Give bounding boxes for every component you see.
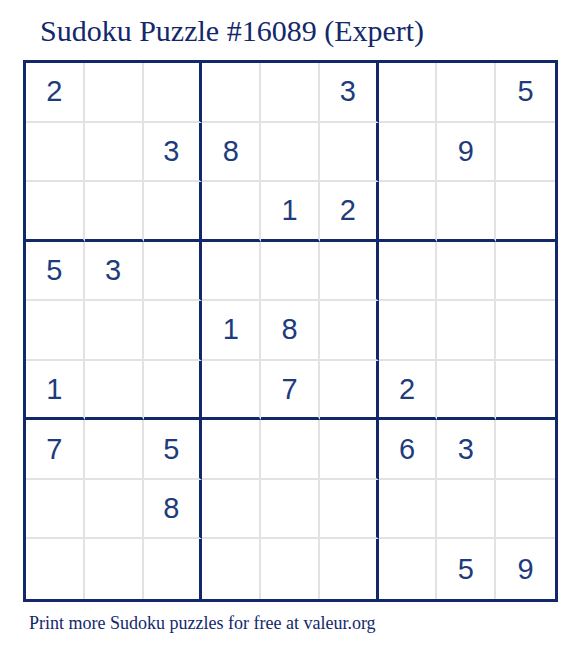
cell-r4c3[interactable] [144, 242, 203, 302]
cell-r2c9[interactable] [496, 123, 555, 183]
cell-r8c2[interactable] [85, 480, 144, 540]
given-digit: 2 [46, 77, 62, 106]
given-digit: 8 [163, 494, 179, 523]
cell-r5c7[interactable] [379, 301, 438, 361]
cell-r9c6[interactable] [320, 539, 379, 599]
cell-r4c4[interactable] [202, 242, 261, 302]
cell-r5c8[interactable] [437, 301, 496, 361]
cell-r9c4[interactable] [202, 539, 261, 599]
cell-r8c5[interactable] [261, 480, 320, 540]
cell-r9c3[interactable] [144, 539, 203, 599]
cell-r7c3[interactable]: 5 [144, 420, 203, 480]
cell-r8c3[interactable]: 8 [144, 480, 203, 540]
cell-r7c5[interactable] [261, 420, 320, 480]
cell-r4c8[interactable] [437, 242, 496, 302]
cell-r3c8[interactable] [437, 182, 496, 242]
cell-r9c9[interactable]: 9 [496, 539, 555, 599]
cell-r3c4[interactable] [202, 182, 261, 242]
cell-r4c1[interactable]: 5 [26, 242, 85, 302]
cell-r4c5[interactable] [261, 242, 320, 302]
cell-r7c9[interactable] [496, 420, 555, 480]
cell-r5c6[interactable] [320, 301, 379, 361]
cell-r1c6[interactable]: 3 [320, 63, 379, 123]
cell-r7c1[interactable]: 7 [26, 420, 85, 480]
cell-r1c7[interactable] [379, 63, 438, 123]
cell-r3c2[interactable] [85, 182, 144, 242]
cell-r8c6[interactable] [320, 480, 379, 540]
page-title: Sudoku Puzzle #16089 (Expert) [40, 13, 424, 49]
cell-r1c9[interactable]: 5 [496, 63, 555, 123]
given-digit: 2 [399, 375, 415, 404]
cell-r7c8[interactable]: 3 [437, 420, 496, 480]
given-digit: 8 [281, 315, 297, 344]
cell-r4c7[interactable] [379, 242, 438, 302]
sudoku-board: 2353891253181727563859 [23, 60, 558, 602]
cell-r9c7[interactable] [379, 539, 438, 599]
given-digit: 7 [281, 375, 297, 404]
cell-r4c9[interactable] [496, 242, 555, 302]
cell-r3c3[interactable] [144, 182, 203, 242]
given-digit: 1 [46, 375, 62, 404]
given-digit: 2 [340, 196, 356, 225]
cell-r7c2[interactable] [85, 420, 144, 480]
cell-r9c2[interactable] [85, 539, 144, 599]
cell-r7c4[interactable] [202, 420, 261, 480]
given-digit: 3 [163, 137, 179, 166]
cell-r1c4[interactable] [202, 63, 261, 123]
cell-r1c8[interactable] [437, 63, 496, 123]
cell-r5c5[interactable]: 8 [261, 301, 320, 361]
cell-r8c9[interactable] [496, 480, 555, 540]
given-digit: 5 [163, 435, 179, 464]
cell-r6c4[interactable] [202, 361, 261, 421]
cell-r3c7[interactable] [379, 182, 438, 242]
given-digit: 6 [399, 435, 415, 464]
given-digit: 1 [223, 315, 239, 344]
cell-r2c1[interactable] [26, 123, 85, 183]
cell-r5c3[interactable] [144, 301, 203, 361]
cell-r2c4[interactable]: 8 [202, 123, 261, 183]
given-digit: 5 [518, 77, 534, 106]
cell-r6c8[interactable] [437, 361, 496, 421]
cell-r2c5[interactable] [261, 123, 320, 183]
cell-r9c1[interactable] [26, 539, 85, 599]
cell-r2c6[interactable] [320, 123, 379, 183]
cell-r6c9[interactable] [496, 361, 555, 421]
cell-r5c4[interactable]: 1 [202, 301, 261, 361]
cell-r7c7[interactable]: 6 [379, 420, 438, 480]
cell-r4c2[interactable]: 3 [85, 242, 144, 302]
given-digit: 9 [458, 137, 474, 166]
given-digit: 5 [46, 256, 62, 285]
cell-r8c8[interactable] [437, 480, 496, 540]
cell-r6c3[interactable] [144, 361, 203, 421]
cell-r6c1[interactable]: 1 [26, 361, 85, 421]
given-digit: 3 [340, 77, 356, 106]
given-digit: 1 [281, 196, 297, 225]
cell-r3c1[interactable] [26, 182, 85, 242]
cell-r5c2[interactable] [85, 301, 144, 361]
cell-r9c5[interactable] [261, 539, 320, 599]
cell-r2c7[interactable] [379, 123, 438, 183]
cell-r8c7[interactable] [379, 480, 438, 540]
cell-r3c9[interactable] [496, 182, 555, 242]
cell-r6c2[interactable] [85, 361, 144, 421]
cell-r1c2[interactable] [85, 63, 144, 123]
given-digit: 8 [223, 137, 239, 166]
cell-r5c9[interactable] [496, 301, 555, 361]
cell-r1c3[interactable] [144, 63, 203, 123]
cell-r6c7[interactable]: 2 [379, 361, 438, 421]
given-digit: 7 [46, 435, 62, 464]
cell-r2c8[interactable]: 9 [437, 123, 496, 183]
cell-r9c8[interactable]: 5 [437, 539, 496, 599]
given-digit: 9 [518, 555, 534, 584]
cell-r3c5[interactable]: 1 [261, 182, 320, 242]
cell-r4c6[interactable] [320, 242, 379, 302]
cell-r6c6[interactable] [320, 361, 379, 421]
cell-r5c1[interactable] [26, 301, 85, 361]
page: { "game": "sudoku", "title": "Sudoku Puz… [0, 0, 580, 651]
given-digit: 5 [458, 555, 474, 584]
given-digit: 3 [105, 256, 121, 285]
cell-r8c4[interactable] [202, 480, 261, 540]
cell-r3c6[interactable]: 2 [320, 182, 379, 242]
cell-r7c6[interactable] [320, 420, 379, 480]
cell-r1c1[interactable]: 2 [26, 63, 85, 123]
cell-r2c3[interactable]: 3 [144, 123, 203, 183]
cell-r8c1[interactable] [26, 480, 85, 540]
given-digit: 3 [458, 435, 474, 464]
cell-r6c5[interactable]: 7 [261, 361, 320, 421]
cell-r2c2[interactable] [85, 123, 144, 183]
footer-text: Print more Sudoku puzzles for free at va… [29, 612, 376, 635]
cell-r1c5[interactable] [261, 63, 320, 123]
